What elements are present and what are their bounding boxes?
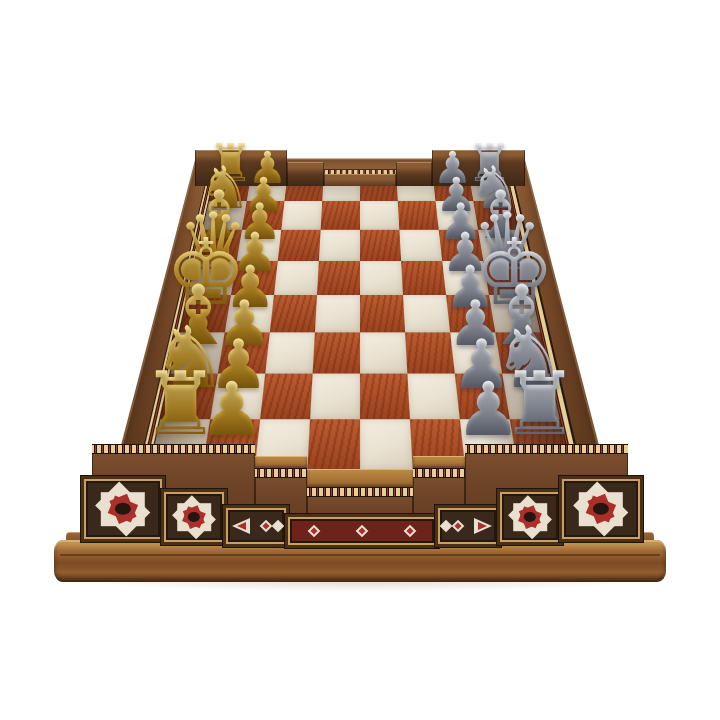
square xyxy=(321,201,360,230)
square xyxy=(360,419,413,470)
square xyxy=(360,201,399,230)
mosaic-star-panel xyxy=(500,492,560,542)
black-pawn: ♟ xyxy=(455,373,522,447)
inlay-band xyxy=(255,468,307,478)
square xyxy=(360,332,407,373)
mosaic-arrow-panel xyxy=(226,508,286,544)
back-rim-step xyxy=(396,162,432,186)
square xyxy=(319,230,360,261)
square xyxy=(398,201,439,230)
mosaic-star-panel xyxy=(84,479,162,539)
inlay-band xyxy=(307,487,413,497)
square xyxy=(401,261,446,295)
square xyxy=(360,230,401,261)
mosaic-star-panel xyxy=(562,479,640,539)
mosaic-arrow-panel xyxy=(438,508,498,544)
square xyxy=(313,332,360,373)
front-step-top xyxy=(413,456,465,468)
square xyxy=(270,295,317,332)
square xyxy=(399,230,442,261)
square xyxy=(274,261,319,295)
square xyxy=(360,374,410,420)
chess-set-photo: ♜♞♝♛♚♝♞♜♟♟♟♟♟♟♟♟♟♟♟♟♟♟♟♟♜♞♝♛♚♝♞♜ xyxy=(0,0,720,720)
base-plinth xyxy=(54,540,666,582)
square xyxy=(360,261,403,295)
square xyxy=(310,374,360,420)
square xyxy=(315,295,360,332)
mosaic-star-panel xyxy=(164,492,224,542)
back-rim-notch xyxy=(324,174,396,186)
front-step-top xyxy=(307,469,413,487)
inlay-band xyxy=(413,468,465,478)
square xyxy=(278,230,321,261)
square xyxy=(265,332,315,373)
front-step-top xyxy=(255,456,307,468)
back-rim-step xyxy=(287,162,324,186)
white-rook: ♜ xyxy=(141,361,219,449)
square xyxy=(317,261,360,295)
square xyxy=(281,201,322,230)
square xyxy=(360,295,405,332)
square xyxy=(307,419,360,470)
mosaic-band-panel xyxy=(288,517,436,545)
